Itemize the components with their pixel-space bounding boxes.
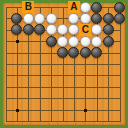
board-point-empty[interactable] [45,81,57,93]
board-point-empty[interactable] [45,1,57,13]
board-point-empty[interactable] [68,104,80,116]
board-point[interactable] [34,24,46,36]
board-point-empty[interactable] [102,1,114,13]
board-point[interactable] [79,12,91,24]
board-point-empty[interactable] [102,115,114,127]
black-stone [114,13,125,24]
board-point[interactable] [45,35,57,47]
board-point-empty[interactable] [102,92,114,104]
board-point[interactable] [57,35,69,47]
black-stone [11,24,22,35]
board-point-empty[interactable] [57,1,69,13]
board-point-empty[interactable] [22,104,34,116]
board-point-empty[interactable] [34,47,46,59]
board-point[interactable] [34,12,46,24]
board-point-empty[interactable] [114,92,126,104]
white-stone [68,24,79,35]
board-point[interactable] [22,24,34,36]
go-board[interactable]: ABC [3,3,125,125]
board-point[interactable] [114,1,126,13]
move-label-a[interactable]: A [68,1,80,13]
move-label-text: B [25,2,32,12]
board-point-empty[interactable] [68,115,80,127]
board-point-empty[interactable] [114,115,126,127]
board-point-empty[interactable] [0,115,12,127]
black-stone [46,36,57,47]
board-point-empty[interactable] [22,81,34,93]
board-point-empty[interactable] [0,24,12,36]
board-point-empty[interactable] [114,69,126,81]
board-point[interactable] [91,1,103,13]
board-point[interactable] [45,24,57,36]
board-point[interactable] [11,12,23,24]
board-point[interactable] [68,24,80,36]
black-stone [11,13,22,24]
black-stone [91,13,102,24]
board-point-empty[interactable] [79,92,91,104]
board-point-empty[interactable] [34,69,46,81]
board-point-empty[interactable] [102,69,114,81]
board-point-empty[interactable] [11,35,23,47]
board-point-empty[interactable] [0,92,12,104]
white-stone [91,24,102,35]
board-point[interactable] [79,47,91,59]
board-point-empty[interactable] [91,58,103,70]
board-point-empty[interactable] [91,92,103,104]
white-stone [80,13,91,24]
board-point-empty[interactable] [57,115,69,127]
white-stone [57,36,68,47]
board-point[interactable] [68,35,80,47]
black-stone [34,24,45,35]
board-point-empty[interactable] [68,81,80,93]
white-stone [46,13,57,24]
board-point-empty[interactable] [11,1,23,13]
board-point-empty[interactable] [0,1,12,13]
board-point-empty[interactable] [22,58,34,70]
board-point-empty[interactable] [0,69,12,81]
board-point-empty[interactable] [11,104,23,116]
white-stone [46,24,57,35]
board-point[interactable] [102,35,114,47]
board-point-empty[interactable] [79,115,91,127]
move-label-b[interactable]: B [22,1,34,13]
board-point-empty[interactable] [79,69,91,81]
board-point[interactable] [102,12,114,24]
board-point-empty[interactable] [57,92,69,104]
black-stone [23,24,34,35]
board-point-empty[interactable] [34,58,46,70]
move-label-text: C [82,25,89,35]
white-stone [91,36,102,47]
board-point[interactable] [68,47,80,59]
board-point-empty[interactable] [0,81,12,93]
board-point[interactable] [91,35,103,47]
board-point-empty[interactable] [79,81,91,93]
board-point-empty[interactable] [34,92,46,104]
board-point-empty[interactable] [0,47,12,59]
board-point-empty[interactable] [68,69,80,81]
board-point-empty[interactable] [34,104,46,116]
board-point-empty[interactable] [68,58,80,70]
board-point[interactable] [11,24,23,36]
board-point-empty[interactable] [68,92,80,104]
board-point-empty[interactable] [79,58,91,70]
board-point-empty[interactable] [45,115,57,127]
black-stone [80,47,91,58]
board-point-empty[interactable] [22,69,34,81]
board-point-empty[interactable] [11,92,23,104]
board-point-empty[interactable] [102,81,114,93]
board-point[interactable] [22,12,34,24]
board-point-empty[interactable] [34,115,46,127]
board-point-empty[interactable] [114,47,126,59]
board-point[interactable] [45,12,57,24]
board-point-empty[interactable] [22,115,34,127]
white-stone [68,13,79,24]
black-stone [91,2,102,13]
board-point[interactable] [114,12,126,24]
black-stone [114,2,125,13]
board-point-empty[interactable] [57,12,69,24]
board-point-empty[interactable] [45,47,57,59]
board-point-empty[interactable] [79,104,91,116]
board-point-empty[interactable] [22,47,34,59]
board-point-empty[interactable] [102,104,114,116]
board-point-empty[interactable] [114,35,126,47]
board-point[interactable] [91,24,103,36]
white-stone [80,2,91,13]
board-point-empty[interactable] [91,81,103,93]
board-point-empty[interactable] [102,58,114,70]
board-point[interactable] [79,35,91,47]
board-point-empty[interactable] [57,58,69,70]
white-stone [80,36,91,47]
board-point-empty[interactable] [22,92,34,104]
board-point[interactable] [91,47,103,59]
board-point[interactable] [57,47,69,59]
board-point-empty[interactable] [114,104,126,116]
board-point-empty[interactable] [114,24,126,36]
board-point-empty[interactable] [11,69,23,81]
board-point-empty[interactable] [11,47,23,59]
board-point[interactable] [68,12,80,24]
move-label-c[interactable]: C [79,24,91,36]
board-point-empty[interactable] [57,81,69,93]
board-point[interactable] [102,24,114,36]
black-stone [103,36,114,47]
white-stone [68,36,79,47]
white-stone [23,13,34,24]
board-point-empty[interactable] [0,12,12,24]
board-point-empty[interactable] [34,81,46,93]
board-point-empty[interactable] [45,58,57,70]
board-point-empty[interactable] [11,58,23,70]
board-point-empty[interactable] [57,69,69,81]
board-point[interactable] [57,24,69,36]
board-point-empty[interactable] [57,104,69,116]
white-stone [34,13,45,24]
board-point-empty[interactable] [114,81,126,93]
black-stone [57,47,68,58]
black-stone [103,24,114,35]
board-point-empty[interactable] [11,115,23,127]
board-point-empty[interactable] [45,92,57,104]
move-label-text: A [70,2,77,12]
board-point-empty[interactable] [91,69,103,81]
board-point-empty[interactable] [45,104,57,116]
black-stone [91,47,102,58]
board-point-empty[interactable] [0,104,12,116]
board-point-empty[interactable] [102,47,114,59]
board-point-empty[interactable] [22,35,34,47]
board-point-empty[interactable] [34,35,46,47]
black-stone [103,13,114,24]
board-point-empty[interactable] [0,35,12,47]
go-board-frame: ABC [0,0,128,128]
white-stone [57,24,68,35]
board-point-empty[interactable] [45,69,57,81]
board-point-empty[interactable] [34,1,46,13]
board-point-empty[interactable] [91,115,103,127]
board-point[interactable] [91,12,103,24]
black-stone [68,47,79,58]
board-point-empty[interactable] [114,58,126,70]
board-point-empty[interactable] [11,81,23,93]
board-point-empty[interactable] [0,58,12,70]
board-point-empty[interactable] [91,104,103,116]
board-point[interactable] [79,1,91,13]
